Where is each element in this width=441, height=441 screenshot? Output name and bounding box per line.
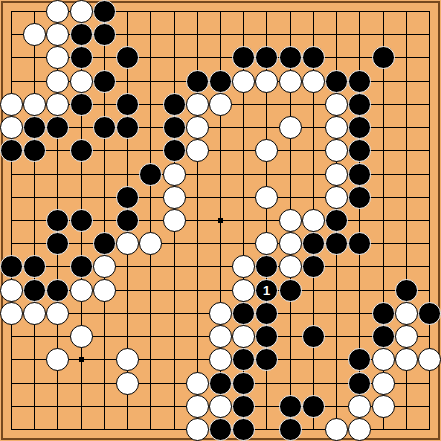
white-stone[interactable] [279,116,302,139]
white-stone[interactable] [23,302,46,325]
black-stone[interactable] [232,395,255,418]
white-stone[interactable] [232,255,255,278]
black-stone[interactable] [372,302,395,325]
black-stone[interactable] [46,116,69,139]
white-stone[interactable] [163,163,186,186]
black-stone[interactable] [232,372,255,395]
black-stone[interactable] [302,325,325,348]
black-stone[interactable] [70,139,93,162]
black-stone[interactable] [302,46,325,69]
black-stone[interactable] [163,139,186,162]
white-stone[interactable] [0,302,23,325]
black-stone[interactable] [279,418,302,441]
white-stone[interactable] [46,93,69,116]
white-stone[interactable] [209,395,232,418]
go-board[interactable]: 1 [0,0,441,441]
white-stone[interactable] [116,372,139,395]
black-stone[interactable] [279,395,302,418]
black-stone[interactable] [163,116,186,139]
white-stone[interactable] [325,163,348,186]
black-stone[interactable] [232,302,255,325]
white-stone[interactable] [395,325,418,348]
black-stone[interactable] [255,255,278,278]
white-stone[interactable] [348,418,371,441]
white-stone[interactable] [70,70,93,93]
black-stone[interactable] [93,70,116,93]
black-stone[interactable] [139,163,162,186]
black-stone[interactable] [70,93,93,116]
black-stone[interactable] [302,395,325,418]
black-stone[interactable] [163,93,186,116]
black-stone[interactable] [372,325,395,348]
white-stone[interactable] [302,209,325,232]
white-stone[interactable] [116,348,139,371]
black-stone[interactable] [348,186,371,209]
white-stone[interactable] [232,70,255,93]
black-stone[interactable] [93,232,116,255]
white-stone[interactable] [209,302,232,325]
black-stone[interactable] [93,116,116,139]
black-stone[interactable] [255,325,278,348]
white-stone[interactable] [255,70,278,93]
black-stone[interactable] [93,0,116,23]
black-stone[interactable] [46,209,69,232]
white-stone[interactable] [0,279,23,302]
white-stone[interactable] [93,255,116,278]
white-stone[interactable] [46,0,69,23]
black-stone[interactable] [0,255,23,278]
black-stone[interactable] [0,139,23,162]
black-stone[interactable] [46,279,69,302]
white-stone[interactable] [139,232,162,255]
white-stone[interactable] [46,46,69,69]
white-stone[interactable] [116,232,139,255]
black-stone[interactable] [23,279,46,302]
black-stone[interactable] [372,46,395,69]
black-stone[interactable] [348,163,371,186]
white-stone[interactable] [395,302,418,325]
white-stone[interactable] [302,70,325,93]
white-stone[interactable] [372,372,395,395]
white-stone[interactable] [279,209,302,232]
white-stone[interactable] [279,70,302,93]
black-stone[interactable] [116,93,139,116]
black-stone[interactable] [209,372,232,395]
black-stone[interactable] [116,46,139,69]
white-stone[interactable] [325,93,348,116]
white-stone[interactable] [186,116,209,139]
white-stone[interactable] [46,302,69,325]
black-stone[interactable] [255,302,278,325]
white-stone[interactable] [163,186,186,209]
white-stone[interactable] [186,93,209,116]
black-stone[interactable] [70,209,93,232]
black-stone[interactable] [325,232,348,255]
black-stone[interactable] [70,46,93,69]
white-stone[interactable] [372,395,395,418]
white-stone[interactable] [70,325,93,348]
black-stone[interactable] [302,255,325,278]
white-stone[interactable] [232,325,255,348]
white-stone[interactable] [325,139,348,162]
white-stone[interactable] [325,116,348,139]
white-stone[interactable] [209,93,232,116]
black-stone[interactable] [93,23,116,46]
black-stone[interactable] [232,46,255,69]
black-stone[interactable] [348,116,371,139]
black-stone[interactable] [325,70,348,93]
black-stone[interactable] [279,46,302,69]
white-stone[interactable] [325,186,348,209]
white-stone[interactable] [46,348,69,371]
white-stone[interactable] [372,348,395,371]
move-number-label: 1 [263,284,270,297]
black-stone[interactable] [46,232,69,255]
white-stone[interactable] [279,232,302,255]
white-stone[interactable] [70,0,93,23]
black-stone[interactable] [116,116,139,139]
black-stone[interactable] [209,70,232,93]
black-stone[interactable] [348,70,371,93]
black-stone[interactable] [348,372,371,395]
white-stone[interactable] [93,279,116,302]
black-stone[interactable] [348,139,371,162]
black-stone[interactable] [279,279,302,302]
white-stone[interactable] [23,23,46,46]
white-stone[interactable] [418,348,441,371]
white-stone[interactable] [186,418,209,441]
white-stone[interactable] [325,418,348,441]
black-stone[interactable] [348,232,371,255]
black-stone[interactable] [255,46,278,69]
star-point [79,357,84,362]
white-stone[interactable] [255,232,278,255]
black-stone[interactable] [116,209,139,232]
white-stone[interactable] [163,209,186,232]
black-stone[interactable] [23,255,46,278]
white-stone[interactable] [23,93,46,116]
black-stone[interactable] [395,279,418,302]
white-stone[interactable] [279,255,302,278]
white-stone[interactable] [209,325,232,348]
black-stone[interactable] [186,70,209,93]
black-stone[interactable] [209,418,232,441]
white-stone[interactable] [255,139,278,162]
white-stone[interactable] [186,139,209,162]
black-stone[interactable] [232,348,255,371]
black-stone[interactable] [70,255,93,278]
white-stone[interactable] [395,348,418,371]
black-stone[interactable] [232,418,255,441]
black-stone[interactable] [302,232,325,255]
white-stone[interactable] [186,395,209,418]
black-stone[interactable] [325,209,348,232]
black-stone[interactable] [255,348,278,371]
black-stone[interactable] [418,302,441,325]
white-stone[interactable] [46,23,69,46]
black-stone[interactable] [348,93,371,116]
white-stone[interactable] [186,372,209,395]
white-stone[interactable] [70,279,93,302]
white-stone[interactable] [209,348,232,371]
white-stone[interactable] [255,186,278,209]
white-stone[interactable] [232,279,255,302]
black-stone[interactable] [23,139,46,162]
white-stone[interactable] [46,70,69,93]
star-point [218,218,223,223]
marked-move-stone[interactable]: 1 [255,279,278,302]
black-stone[interactable] [23,116,46,139]
white-stone[interactable] [348,395,371,418]
black-stone[interactable] [348,348,371,371]
white-stone[interactable] [0,93,23,116]
black-stone[interactable] [70,23,93,46]
black-stone[interactable] [116,186,139,209]
white-stone[interactable] [0,116,23,139]
